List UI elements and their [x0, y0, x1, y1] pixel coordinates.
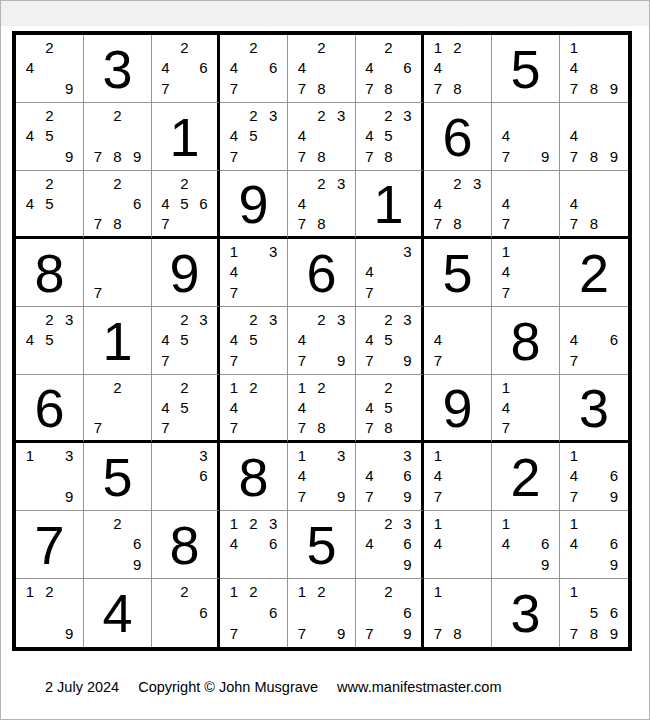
candidate-7: 7 [292, 146, 312, 167]
candidate-4: 4 [292, 466, 312, 487]
cell-r7c3: 36 [152, 443, 220, 511]
candidate-7: 7 [88, 146, 108, 167]
pencil-marks: 269 [84, 511, 151, 578]
candidate-1: 1 [496, 377, 516, 397]
cell-r8c2: 269 [84, 511, 152, 579]
candidate-9: 9 [59, 623, 79, 644]
candidate-7: 7 [428, 213, 448, 233]
pencil-marks: 1267 [220, 579, 287, 647]
candidate-2: 2 [40, 105, 60, 126]
candidate-3: 3 [331, 445, 351, 466]
footer-date: 2 July 2024 [45, 679, 119, 695]
candidate-1: 1 [428, 581, 448, 602]
candidate-4: 4 [496, 193, 516, 213]
candidate-1: 1 [564, 445, 584, 466]
candidate-9: 9 [604, 486, 624, 507]
candidate-8: 8 [379, 78, 398, 99]
candidate-4: 4 [20, 193, 40, 213]
cell-r4c6: 347 [356, 239, 424, 307]
candidate-3: 3 [398, 309, 417, 330]
cell-r1c8: 5 [492, 35, 560, 103]
candidate-9: 9 [331, 350, 351, 371]
cell-r8c3: 8 [152, 511, 220, 579]
candidate-7: 7 [292, 213, 312, 233]
cell-r6c2: 27 [84, 375, 152, 443]
candidate-9: 9 [604, 146, 624, 167]
candidate-6: 6 [194, 466, 213, 487]
puzzle-page: 2493246724672478246781247851478924592789… [0, 0, 650, 720]
candidate-2: 2 [244, 105, 264, 126]
cell-r3c9: 478 [560, 171, 628, 239]
candidate-4: 4 [496, 126, 516, 147]
pencil-marks: 2467 [152, 35, 217, 102]
candidate-4: 4 [564, 534, 584, 555]
candidate-2: 2 [40, 581, 60, 602]
candidate-9: 9 [127, 146, 147, 167]
candidate-7: 7 [428, 350, 448, 371]
pencil-marks: 2459 [16, 103, 83, 170]
candidate-2: 2 [175, 581, 194, 602]
candidate-1: 1 [564, 581, 584, 602]
candidate-5: 5 [379, 397, 398, 417]
pencil-marks: 2478 [288, 35, 355, 102]
pencil-marks: 2678 [84, 171, 151, 236]
candidate-5: 5 [175, 193, 194, 213]
pencil-marks: 478 [560, 171, 628, 236]
pencil-marks: 14679 [560, 443, 628, 510]
pencil-marks: 2457 [152, 375, 217, 440]
candidate-7: 7 [156, 417, 175, 437]
cell-r8c4: 12346 [220, 511, 288, 579]
candidate-3: 3 [263, 105, 283, 126]
footer: 2 July 2024 Copyright © John Musgrave ww… [45, 679, 502, 695]
candidate-8: 8 [584, 146, 604, 167]
candidate-5: 5 [379, 330, 398, 351]
pencil-marks: 47 [424, 307, 491, 374]
pencil-marks: 2467 [220, 35, 287, 102]
candidate-4: 4 [20, 58, 40, 79]
cell-r3c2: 2678 [84, 171, 152, 239]
candidate-6: 6 [604, 534, 624, 555]
candidate-4: 4 [292, 330, 312, 351]
cell-r4c3: 9 [152, 239, 220, 307]
candidate-8: 8 [448, 78, 468, 99]
candidate-7: 7 [360, 486, 379, 507]
cell-r9c2: 4 [84, 579, 152, 647]
candidate-4: 4 [564, 58, 584, 79]
cell-r8c6: 23469 [356, 511, 424, 579]
footer-website: www.manifestmaster.com [337, 679, 501, 695]
cell-r7c8: 2 [492, 443, 560, 511]
cell-r1c7: 12478 [424, 35, 492, 103]
candidate-8: 8 [448, 623, 468, 644]
pencil-marks: 139 [16, 443, 83, 510]
candidate-6: 6 [263, 534, 283, 555]
candidate-4: 4 [428, 193, 448, 213]
candidate-4: 4 [156, 397, 175, 417]
candidate-7: 7 [224, 146, 244, 167]
candidate-7: 7 [428, 78, 448, 99]
cell-r6c7: 9 [424, 375, 492, 443]
candidate-5: 5 [244, 126, 264, 147]
candidate-1: 1 [224, 513, 244, 534]
candidate-1: 1 [564, 513, 584, 534]
pencil-marks: 7 [84, 239, 151, 306]
candidate-7: 7 [564, 350, 584, 371]
solved-digit: 6 [288, 239, 355, 306]
solved-digit: 8 [220, 443, 287, 510]
solved-digit: 8 [16, 239, 83, 306]
candidate-9: 9 [535, 146, 555, 167]
cell-r3c5: 23478 [288, 171, 356, 239]
candidate-9: 9 [398, 554, 417, 575]
pencil-marks: 1247 [220, 375, 287, 440]
candidate-1: 1 [292, 581, 312, 602]
candidate-5: 5 [40, 193, 60, 213]
cell-r7c5: 13479 [288, 443, 356, 511]
candidate-5: 5 [175, 330, 194, 351]
pencil-marks: 1347 [220, 239, 287, 306]
pencil-marks: 14 [424, 511, 491, 578]
candidate-7: 7 [360, 78, 379, 99]
cell-r9c6: 2679 [356, 579, 424, 647]
cell-r4c5: 6 [288, 239, 356, 307]
candidate-2: 2 [108, 105, 128, 126]
candidate-9: 9 [59, 146, 79, 167]
cell-r2c9: 4789 [560, 103, 628, 171]
candidate-2: 2 [108, 173, 128, 193]
candidate-8: 8 [312, 78, 332, 99]
candidate-7: 7 [360, 282, 379, 303]
candidate-7: 7 [496, 282, 516, 303]
pencil-marks: 245 [16, 171, 83, 236]
cell-r7c2: 5 [84, 443, 152, 511]
candidate-4: 4 [224, 534, 244, 555]
pencil-marks: 234579 [356, 307, 421, 374]
pencil-marks: 1469 [560, 511, 628, 578]
cell-r9c3: 26 [152, 579, 220, 647]
candidate-6: 6 [398, 534, 417, 555]
candidate-4: 4 [156, 193, 175, 213]
candidate-9: 9 [604, 78, 624, 99]
candidate-4: 4 [428, 534, 448, 555]
candidate-1: 1 [428, 445, 448, 466]
candidate-7: 7 [564, 213, 584, 233]
candidate-7: 7 [224, 282, 244, 303]
solved-digit: 3 [84, 35, 151, 102]
cell-r5c9: 467 [560, 307, 628, 375]
cell-r6c3: 2457 [152, 375, 220, 443]
candidate-9: 9 [331, 623, 351, 644]
candidate-7: 7 [496, 146, 516, 167]
candidate-1: 1 [428, 37, 448, 58]
candidate-9: 9 [59, 486, 79, 507]
candidate-8: 8 [312, 417, 332, 437]
cell-r8c8: 1469 [492, 511, 560, 579]
candidate-2: 2 [40, 173, 60, 193]
candidate-7: 7 [564, 623, 584, 644]
candidate-2: 2 [40, 37, 60, 58]
footer-copyright: Copyright © John Musgrave [138, 679, 318, 695]
candidate-6: 6 [127, 534, 147, 555]
candidate-7: 7 [156, 213, 175, 233]
solved-digit: 6 [424, 103, 491, 170]
pencil-marks: 1279 [288, 579, 355, 647]
cell-r3c7: 23478 [424, 171, 492, 239]
candidate-6: 6 [194, 58, 213, 79]
candidate-3: 3 [194, 309, 213, 330]
candidate-7: 7 [360, 417, 379, 437]
solved-digit: 1 [356, 171, 421, 236]
pencil-marks: 2345 [16, 307, 83, 374]
cell-r7c4: 8 [220, 443, 288, 511]
candidate-2: 2 [312, 105, 332, 126]
solved-digit: 3 [560, 375, 628, 440]
candidate-1: 1 [496, 513, 516, 534]
candidate-4: 4 [428, 330, 448, 351]
candidate-1: 1 [564, 37, 584, 58]
pencil-marks: 47 [492, 171, 559, 236]
candidate-8: 8 [379, 146, 398, 167]
candidate-9: 9 [604, 623, 624, 644]
candidate-4: 4 [292, 397, 312, 417]
candidate-7: 7 [360, 350, 379, 371]
candidate-7: 7 [224, 623, 244, 644]
candidate-7: 7 [88, 417, 108, 437]
candidate-3: 3 [263, 309, 283, 330]
candidate-8: 8 [312, 213, 332, 233]
candidate-7: 7 [428, 623, 448, 644]
solved-digit: 8 [492, 307, 559, 374]
solved-digit: 5 [424, 239, 491, 306]
candidate-7: 7 [360, 146, 379, 167]
candidate-2: 2 [244, 37, 264, 58]
candidate-4: 4 [564, 126, 584, 147]
pencil-marks: 23478 [424, 171, 491, 236]
candidate-7: 7 [496, 213, 516, 233]
solved-digit: 8 [152, 511, 217, 578]
candidate-6: 6 [194, 602, 213, 623]
pencil-marks: 4789 [560, 103, 628, 170]
candidate-4: 4 [224, 126, 244, 147]
candidate-2: 2 [244, 377, 264, 397]
candidate-2: 2 [244, 309, 264, 330]
candidate-7: 7 [292, 350, 312, 371]
pencil-marks: 147 [424, 443, 491, 510]
candidate-3: 3 [194, 445, 213, 466]
candidate-7: 7 [360, 623, 379, 644]
cell-r8c9: 1469 [560, 511, 628, 579]
candidate-1: 1 [224, 581, 244, 602]
pencil-marks: 23478 [288, 103, 355, 170]
candidate-2: 2 [312, 377, 332, 397]
cell-r8c7: 14 [424, 511, 492, 579]
candidate-8: 8 [584, 213, 604, 233]
pencil-marks: 156789 [560, 579, 628, 647]
candidate-5: 5 [244, 330, 264, 351]
candidate-3: 3 [331, 105, 351, 126]
pencil-marks: 467 [560, 307, 628, 374]
candidate-4: 4 [360, 397, 379, 417]
solved-digit: 2 [560, 239, 628, 306]
solved-digit: 9 [152, 239, 217, 306]
candidate-2: 2 [244, 513, 264, 534]
candidate-7: 7 [292, 417, 312, 437]
pencil-marks: 27 [84, 375, 151, 440]
candidate-2: 2 [379, 377, 398, 397]
pencil-marks: 147 [492, 239, 559, 306]
solved-digit: 5 [288, 511, 355, 578]
pencil-marks: 23478 [288, 171, 355, 236]
cell-r9c4: 1267 [220, 579, 288, 647]
cell-r9c7: 178 [424, 579, 492, 647]
solved-digit: 6 [16, 375, 83, 440]
cell-r1c5: 2478 [288, 35, 356, 103]
candidate-4: 4 [496, 262, 516, 283]
pencil-marks: 249 [16, 35, 83, 102]
cell-r5c3: 23457 [152, 307, 220, 375]
candidate-4: 4 [428, 466, 448, 487]
candidate-2: 2 [448, 37, 468, 58]
pencil-marks: 12478 [424, 35, 491, 102]
cell-r8c5: 5 [288, 511, 356, 579]
candidate-3: 3 [331, 173, 351, 193]
cell-r6c4: 1247 [220, 375, 288, 443]
candidate-7: 7 [88, 282, 108, 303]
candidate-9: 9 [398, 486, 417, 507]
candidate-7: 7 [224, 350, 244, 371]
solved-digit: 1 [152, 103, 217, 170]
pencil-marks: 24578 [356, 375, 421, 440]
candidate-4: 4 [360, 126, 379, 147]
pencil-marks: 23457 [152, 307, 217, 374]
candidate-2: 2 [312, 37, 332, 58]
candidate-5: 5 [40, 330, 60, 351]
candidate-8: 8 [584, 78, 604, 99]
pencil-marks: 24567 [152, 171, 217, 236]
candidate-3: 3 [467, 173, 487, 193]
cell-r9c8: 3 [492, 579, 560, 647]
candidate-8: 8 [584, 623, 604, 644]
candidate-4: 4 [428, 58, 448, 79]
candidate-1: 1 [20, 445, 40, 466]
solved-digit: 5 [492, 35, 559, 102]
top-band [1, 1, 649, 26]
cell-r2c3: 1 [152, 103, 220, 171]
candidate-6: 6 [263, 58, 283, 79]
pencil-marks: 12478 [288, 375, 355, 440]
pencil-marks: 14789 [560, 35, 628, 102]
candidate-2: 2 [175, 173, 194, 193]
cell-r4c4: 1347 [220, 239, 288, 307]
candidate-4: 4 [360, 466, 379, 487]
candidate-1: 1 [224, 241, 244, 262]
candidate-3: 3 [59, 309, 79, 330]
candidate-2: 2 [448, 173, 468, 193]
cell-r2c5: 23478 [288, 103, 356, 171]
cell-r9c5: 1279 [288, 579, 356, 647]
candidate-6: 6 [194, 193, 213, 213]
candidate-6: 6 [127, 193, 147, 213]
cell-r4c1: 8 [16, 239, 84, 307]
candidate-9: 9 [331, 486, 351, 507]
cell-r2c2: 2789 [84, 103, 152, 171]
cell-r9c1: 129 [16, 579, 84, 647]
candidate-4: 4 [156, 58, 175, 79]
candidate-2: 2 [244, 581, 264, 602]
candidate-4: 4 [564, 193, 584, 213]
cell-r1c3: 2467 [152, 35, 220, 103]
candidate-4: 4 [564, 330, 584, 351]
candidate-4: 4 [20, 330, 40, 351]
candidate-2: 2 [175, 37, 194, 58]
cell-r3c3: 24567 [152, 171, 220, 239]
cell-r5c7: 47 [424, 307, 492, 375]
candidate-6: 6 [398, 602, 417, 623]
candidate-2: 2 [108, 513, 128, 534]
cell-r5c2: 1 [84, 307, 152, 375]
cell-r3c6: 1 [356, 171, 424, 239]
candidate-3: 3 [398, 513, 417, 534]
pencil-marks: 23469 [356, 511, 421, 578]
candidate-6: 6 [398, 466, 417, 487]
cell-r5c1: 2345 [16, 307, 84, 375]
candidate-8: 8 [312, 146, 332, 167]
candidate-5: 5 [584, 602, 604, 623]
pencil-marks: 13479 [288, 443, 355, 510]
candidate-4: 4 [360, 262, 379, 283]
candidate-7: 7 [496, 417, 516, 437]
candidate-2: 2 [175, 377, 194, 397]
solved-digit: 9 [220, 171, 287, 236]
cell-r2c6: 234578 [356, 103, 424, 171]
cell-r3c4: 9 [220, 171, 288, 239]
candidate-3: 3 [398, 105, 417, 126]
candidate-8: 8 [108, 213, 128, 233]
candidate-9: 9 [127, 554, 147, 575]
candidate-5: 5 [40, 126, 60, 147]
candidate-7: 7 [156, 78, 175, 99]
pencil-marks: 23479 [288, 307, 355, 374]
cell-r7c7: 147 [424, 443, 492, 511]
sudoku-grid: 2493246724672478246781247851478924592789… [12, 31, 632, 651]
solved-digit: 3 [492, 579, 559, 647]
cell-r2c1: 2459 [16, 103, 84, 171]
pencil-marks: 479 [492, 103, 559, 170]
candidate-3: 3 [331, 309, 351, 330]
candidate-4: 4 [224, 330, 244, 351]
candidate-6: 6 [535, 534, 555, 555]
cell-r5c5: 23479 [288, 307, 356, 375]
solved-digit: 5 [84, 443, 151, 510]
candidate-2: 2 [379, 309, 398, 330]
candidate-9: 9 [535, 554, 555, 575]
cell-r4c8: 147 [492, 239, 560, 307]
candidate-2: 2 [175, 309, 194, 330]
cell-r1c2: 3 [84, 35, 152, 103]
pencil-marks: 147 [492, 375, 559, 440]
candidate-6: 6 [604, 602, 624, 623]
candidate-6: 6 [398, 58, 417, 79]
candidate-3: 3 [59, 445, 79, 466]
candidate-4: 4 [156, 330, 175, 351]
cell-r5c6: 234579 [356, 307, 424, 375]
candidate-6: 6 [263, 602, 283, 623]
candidate-7: 7 [292, 78, 312, 99]
candidate-4: 4 [496, 534, 516, 555]
pencil-marks: 12346 [220, 511, 287, 578]
candidate-7: 7 [88, 213, 108, 233]
